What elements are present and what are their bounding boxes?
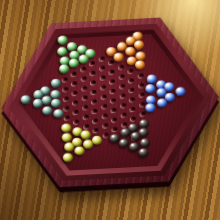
photo-scene — [0, 0, 220, 220]
hole[interactable] — [130, 97, 135, 102]
marble-black[interactable] — [120, 128, 130, 137]
hole[interactable] — [119, 64, 124, 69]
hole[interactable] — [82, 95, 87, 100]
hole[interactable] — [102, 104, 107, 109]
hole[interactable] — [119, 74, 124, 79]
hole[interactable] — [92, 99, 97, 104]
marble-yellow[interactable] — [64, 142, 74, 151]
marble-teal[interactable] — [51, 99, 61, 108]
marble-black[interactable] — [139, 119, 149, 128]
hole[interactable] — [103, 123, 108, 128]
marble-orange[interactable] — [125, 47, 135, 56]
hole[interactable] — [63, 86, 68, 91]
hole[interactable] — [120, 83, 125, 88]
hole[interactable] — [73, 100, 78, 105]
hole[interactable] — [109, 60, 114, 65]
marble-yellow[interactable] — [63, 152, 73, 161]
hole[interactable] — [101, 94, 106, 99]
hole[interactable] — [100, 75, 105, 80]
hole[interactable] — [121, 112, 126, 117]
marble-orange[interactable] — [135, 51, 145, 60]
hole[interactable] — [129, 88, 134, 93]
marble-teal[interactable] — [33, 99, 43, 108]
hole[interactable] — [72, 91, 77, 96]
hole[interactable] — [90, 71, 95, 76]
marble-green[interactable] — [67, 42, 77, 51]
hole[interactable] — [83, 105, 88, 110]
marble-green[interactable] — [57, 47, 67, 56]
hole[interactable] — [82, 85, 87, 90]
hole[interactable] — [111, 108, 116, 113]
chinese-checkers-board — [0, 15, 220, 191]
marble-orange[interactable] — [135, 60, 145, 69]
marble-black[interactable] — [130, 132, 140, 141]
hole[interactable] — [73, 110, 78, 115]
marble-black[interactable] — [138, 148, 148, 157]
hole[interactable] — [92, 109, 97, 114]
hole[interactable] — [63, 96, 68, 101]
marble-black[interactable] — [110, 134, 120, 143]
hole[interactable] — [93, 128, 98, 133]
hole[interactable] — [140, 102, 145, 107]
marble-orange[interactable] — [114, 52, 124, 61]
hole[interactable] — [99, 56, 104, 61]
hole[interactable] — [140, 111, 145, 116]
hole[interactable] — [84, 124, 89, 129]
marble-teal[interactable] — [51, 90, 61, 99]
marble-yellow[interactable] — [81, 130, 91, 139]
hole[interactable] — [120, 93, 125, 98]
marble-yellow[interactable] — [83, 139, 93, 148]
hole[interactable] — [81, 66, 86, 71]
hole[interactable] — [122, 122, 127, 127]
hole[interactable] — [64, 115, 69, 120]
hole[interactable] — [72, 81, 77, 86]
marble-yellow[interactable] — [74, 146, 84, 155]
hole[interactable] — [91, 80, 96, 85]
hole[interactable] — [130, 107, 135, 112]
star-grid — [25, 35, 183, 158]
marble-green[interactable] — [59, 64, 69, 73]
hole[interactable] — [91, 90, 96, 95]
hole[interactable] — [103, 132, 108, 137]
hole[interactable] — [81, 76, 86, 81]
hole[interactable] — [110, 89, 115, 94]
marble-blue[interactable] — [145, 103, 155, 112]
marble-yellow[interactable] — [62, 133, 72, 142]
hole[interactable] — [102, 113, 107, 118]
hole[interactable] — [112, 117, 117, 122]
hole[interactable] — [112, 127, 117, 132]
hole[interactable] — [109, 70, 114, 75]
marble-teal[interactable] — [21, 95, 31, 104]
hole[interactable] — [129, 78, 134, 83]
hole[interactable] — [131, 116, 136, 121]
marble-black[interactable] — [119, 138, 129, 147]
marble-green[interactable] — [68, 59, 78, 68]
hole[interactable] — [100, 65, 105, 70]
marble-black[interactable] — [140, 139, 150, 148]
hole[interactable] — [83, 114, 88, 119]
marble-teal[interactable] — [53, 109, 63, 118]
marble-green[interactable] — [57, 35, 67, 44]
marble-green[interactable] — [78, 54, 88, 63]
hole[interactable] — [71, 72, 76, 77]
hole[interactable] — [121, 103, 126, 108]
hole[interactable] — [62, 77, 67, 82]
hole[interactable] — [101, 84, 106, 89]
hole[interactable] — [74, 119, 79, 124]
hole[interactable] — [64, 106, 69, 111]
hole[interactable] — [111, 98, 116, 103]
marble-blue[interactable] — [145, 84, 155, 93]
hole[interactable] — [139, 82, 144, 87]
hole[interactable] — [110, 79, 115, 84]
hole[interactable] — [93, 118, 98, 123]
marble-yellow[interactable] — [61, 123, 71, 132]
marble-teal[interactable] — [42, 106, 52, 115]
marble-orange[interactable] — [134, 41, 144, 50]
hole[interactable] — [139, 92, 144, 97]
marble-teal[interactable] — [50, 79, 60, 88]
marble-blue[interactable] — [157, 98, 167, 107]
hole[interactable] — [128, 69, 133, 74]
hole[interactable] — [138, 73, 143, 78]
hole[interactable] — [90, 61, 95, 66]
